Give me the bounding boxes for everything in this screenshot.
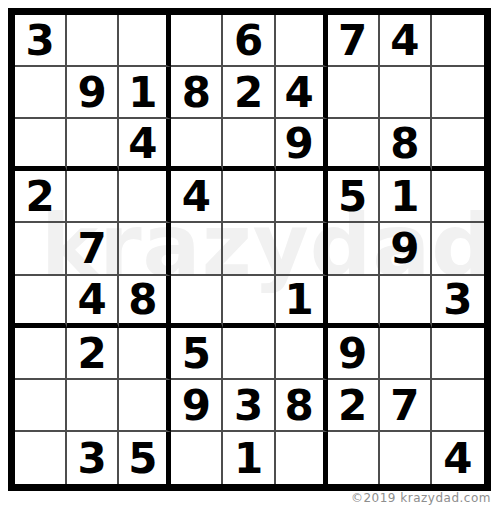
cell-r7c7: 9 xyxy=(328,328,380,380)
cell-r1c8: 4 xyxy=(380,15,432,67)
cell-r3c1[interactable] xyxy=(15,119,67,171)
given-digit: 7 xyxy=(390,385,419,427)
given-digit: 3 xyxy=(25,20,54,62)
cell-r1c5: 6 xyxy=(223,15,275,67)
cell-r5c2: 7 xyxy=(67,223,119,275)
given-digit: 1 xyxy=(234,438,263,480)
given-digit: 7 xyxy=(78,228,107,270)
cell-r6c3: 8 xyxy=(119,276,171,328)
cell-r8c1[interactable] xyxy=(15,380,67,432)
cell-r4c2[interactable] xyxy=(67,171,119,223)
given-digit: 9 xyxy=(338,333,367,375)
cell-r6c5[interactable] xyxy=(223,276,275,328)
given-digit: 2 xyxy=(25,176,54,218)
cell-r6c7[interactable] xyxy=(328,276,380,328)
cell-r7c4: 5 xyxy=(171,328,223,380)
cell-r3c9[interactable] xyxy=(432,119,484,171)
cell-r5c6[interactable] xyxy=(276,223,328,275)
cell-r1c7: 7 xyxy=(328,15,380,67)
cell-r3c6: 9 xyxy=(276,119,328,171)
cell-r8c6: 8 xyxy=(276,380,328,432)
cell-r6c8[interactable] xyxy=(380,276,432,328)
given-digit: 4 xyxy=(182,176,211,218)
given-digit: 4 xyxy=(284,72,313,114)
cell-r7c3[interactable] xyxy=(119,328,171,380)
cell-r4c1: 2 xyxy=(15,171,67,223)
cell-r2c1[interactable] xyxy=(15,67,67,119)
cell-r2c4: 8 xyxy=(171,67,223,119)
cell-r2c9[interactable] xyxy=(432,67,484,119)
cell-r7c6[interactable] xyxy=(276,328,328,380)
given-digit: 1 xyxy=(128,72,157,114)
cell-r4c6[interactable] xyxy=(276,171,328,223)
given-digit: 5 xyxy=(128,438,157,480)
given-digit: 2 xyxy=(78,333,107,375)
cell-r5c1[interactable] xyxy=(15,223,67,275)
cell-r1c1: 3 xyxy=(15,15,67,67)
given-digit: 5 xyxy=(338,176,367,218)
cell-r5c7[interactable] xyxy=(328,223,380,275)
cell-r9c3: 5 xyxy=(119,432,171,484)
cell-r4c4: 4 xyxy=(171,171,223,223)
given-digit: 7 xyxy=(338,20,367,62)
cell-r5c3[interactable] xyxy=(119,223,171,275)
cell-r9c7[interactable] xyxy=(328,432,380,484)
given-digit: 3 xyxy=(78,438,107,480)
cell-r9c4[interactable] xyxy=(171,432,223,484)
cell-r1c4[interactable] xyxy=(171,15,223,67)
cell-r2c3: 1 xyxy=(119,67,171,119)
given-digit: 1 xyxy=(390,176,419,218)
cell-r9c1[interactable] xyxy=(15,432,67,484)
given-digit: 8 xyxy=(182,72,211,114)
given-digit: 9 xyxy=(78,72,107,114)
cell-r6c1[interactable] xyxy=(15,276,67,328)
cell-r8c3[interactable] xyxy=(119,380,171,432)
cell-r8c5: 3 xyxy=(223,380,275,432)
cell-r3c2[interactable] xyxy=(67,119,119,171)
cell-r2c8[interactable] xyxy=(380,67,432,119)
cell-r8c7: 2 xyxy=(328,380,380,432)
given-digit: 2 xyxy=(234,72,263,114)
cell-r6c4[interactable] xyxy=(171,276,223,328)
cell-r7c2: 2 xyxy=(67,328,119,380)
cell-r9c5: 1 xyxy=(223,432,275,484)
cell-r3c5[interactable] xyxy=(223,119,275,171)
given-digit: 8 xyxy=(390,123,419,165)
cell-r4c5[interactable] xyxy=(223,171,275,223)
cell-r1c2[interactable] xyxy=(67,15,119,67)
cell-r6c2: 4 xyxy=(67,276,119,328)
cell-r4c9[interactable] xyxy=(432,171,484,223)
given-digit: 6 xyxy=(234,20,263,62)
given-digit: 9 xyxy=(284,123,313,165)
cell-r3c8: 8 xyxy=(380,119,432,171)
cell-r7c8[interactable] xyxy=(380,328,432,380)
given-digit: 3 xyxy=(234,385,263,427)
cell-r7c1[interactable] xyxy=(15,328,67,380)
cell-r9c2: 3 xyxy=(67,432,119,484)
cell-r2c2: 9 xyxy=(67,67,119,119)
cell-r1c3[interactable] xyxy=(119,15,171,67)
cell-r4c3[interactable] xyxy=(119,171,171,223)
given-digit: 3 xyxy=(443,279,472,321)
given-digit: 8 xyxy=(128,279,157,321)
cell-r3c4[interactable] xyxy=(171,119,223,171)
given-digit: 4 xyxy=(443,438,472,480)
cell-r6c6: 1 xyxy=(276,276,328,328)
cell-r5c5[interactable] xyxy=(223,223,275,275)
given-digit: 4 xyxy=(78,279,107,321)
cell-r8c4: 9 xyxy=(171,380,223,432)
given-digit: 4 xyxy=(128,123,157,165)
cell-r1c9[interactable] xyxy=(432,15,484,67)
cell-r7c5[interactable] xyxy=(223,328,275,380)
given-digit: 4 xyxy=(390,20,419,62)
given-digit: 8 xyxy=(284,385,313,427)
cell-r8c2[interactable] xyxy=(67,380,119,432)
cell-r5c9[interactable] xyxy=(432,223,484,275)
given-digit: 9 xyxy=(182,385,211,427)
cell-r3c7[interactable] xyxy=(328,119,380,171)
cell-r9c8[interactable] xyxy=(380,432,432,484)
cell-r4c8: 1 xyxy=(380,171,432,223)
sudoku-page: krazydad 3674918244982451794813259938273… xyxy=(0,0,500,510)
cell-r9c6[interactable] xyxy=(276,432,328,484)
cell-r2c6: 4 xyxy=(276,67,328,119)
cell-r1c6[interactable] xyxy=(276,15,328,67)
cell-r9c9: 4 xyxy=(432,432,484,484)
cell-r6c9: 3 xyxy=(432,276,484,328)
cell-r2c7[interactable] xyxy=(328,67,380,119)
cell-r8c9[interactable] xyxy=(432,380,484,432)
cell-r5c8: 9 xyxy=(380,223,432,275)
cell-r2c5: 2 xyxy=(223,67,275,119)
given-digit: 2 xyxy=(338,385,367,427)
given-digit: 9 xyxy=(390,228,419,270)
cell-r5c4[interactable] xyxy=(171,223,223,275)
given-digit: 1 xyxy=(284,279,313,321)
copyright-text: ©2019 krazydad.com xyxy=(0,491,491,505)
cell-r4c7: 5 xyxy=(328,171,380,223)
sudoku-board: krazydad 3674918244982451794813259938273… xyxy=(8,8,491,491)
cell-r3c3: 4 xyxy=(119,119,171,171)
given-digit: 5 xyxy=(182,333,211,375)
cell-r7c9[interactable] xyxy=(432,328,484,380)
cell-r8c8: 7 xyxy=(380,380,432,432)
